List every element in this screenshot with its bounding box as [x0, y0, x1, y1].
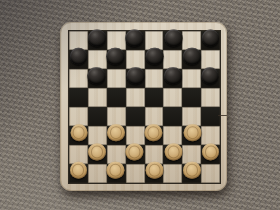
- wood-checker-piece[interactable]: [70, 124, 88, 142]
- board-square: [126, 164, 145, 183]
- checkers-board: [60, 22, 227, 191]
- board-square: [88, 88, 107, 107]
- board-square[interactable]: [145, 164, 164, 183]
- board-square[interactable]: [126, 69, 145, 88]
- wood-checker-piece[interactable]: [146, 161, 164, 179]
- board-square[interactable]: [201, 31, 220, 50]
- wood-checker-piece[interactable]: [183, 124, 201, 142]
- board-square: [145, 69, 164, 88]
- black-checker-piece[interactable]: [88, 67, 106, 85]
- board-square[interactable]: [201, 69, 220, 88]
- wood-crack: [218, 115, 227, 116]
- board-square: [69, 69, 88, 88]
- black-checker-piece[interactable]: [202, 29, 220, 47]
- black-checker-piece[interactable]: [201, 67, 219, 85]
- board-square: [88, 164, 107, 183]
- black-checker-piece[interactable]: [165, 29, 183, 47]
- wood-checker-piece[interactable]: [144, 124, 162, 142]
- board-square[interactable]: [182, 126, 201, 145]
- board-square[interactable]: [182, 88, 201, 107]
- wood-checker-piece[interactable]: [126, 143, 144, 161]
- wood-checker-piece[interactable]: [183, 161, 201, 179]
- black-checker-piece[interactable]: [127, 67, 145, 85]
- board-square[interactable]: [107, 88, 126, 107]
- board-square[interactable]: [126, 31, 145, 50]
- board-square[interactable]: [163, 107, 182, 126]
- black-checker-piece[interactable]: [164, 67, 182, 85]
- board-square[interactable]: [88, 107, 107, 126]
- board-square[interactable]: [88, 31, 107, 50]
- wood-checker-piece[interactable]: [88, 143, 106, 161]
- board-square[interactable]: [163, 145, 182, 164]
- board-square[interactable]: [88, 145, 107, 164]
- carpet-background: [0, 0, 280, 210]
- black-checker-piece[interactable]: [146, 47, 164, 65]
- board-square[interactable]: [69, 88, 88, 107]
- board-square[interactable]: [145, 50, 164, 69]
- board-square[interactable]: [88, 69, 107, 88]
- board-square[interactable]: [126, 145, 145, 164]
- board-square: [201, 88, 220, 107]
- board-square[interactable]: [69, 50, 88, 69]
- wood-checker-piece[interactable]: [107, 161, 125, 179]
- board-square[interactable]: [69, 126, 88, 145]
- board-grid: [68, 30, 221, 184]
- board-square[interactable]: [69, 164, 88, 183]
- board-square[interactable]: [163, 69, 182, 88]
- wood-checker-piece[interactable]: [70, 161, 88, 179]
- board-square[interactable]: [201, 107, 220, 126]
- board-square[interactable]: [145, 126, 164, 145]
- board-square[interactable]: [145, 88, 164, 107]
- board-square: [201, 164, 220, 183]
- wood-checker-piece[interactable]: [107, 124, 125, 142]
- board-square[interactable]: [163, 31, 182, 50]
- board-square: [107, 69, 126, 88]
- board-square: [163, 88, 182, 107]
- board-square: [163, 164, 182, 183]
- black-checker-piece[interactable]: [183, 47, 201, 65]
- board-square[interactable]: [107, 126, 126, 145]
- board-square[interactable]: [107, 50, 126, 69]
- wood-checker-piece[interactable]: [202, 143, 220, 161]
- black-checker-piece[interactable]: [126, 29, 144, 47]
- board-square[interactable]: [201, 145, 220, 164]
- board-square: [126, 88, 145, 107]
- board-square[interactable]: [126, 107, 145, 126]
- black-checker-piece[interactable]: [107, 47, 125, 65]
- board-square[interactable]: [107, 164, 126, 183]
- board-square[interactable]: [182, 164, 201, 183]
- board-square: [182, 69, 201, 88]
- board-square[interactable]: [182, 50, 201, 69]
- black-checker-piece[interactable]: [88, 29, 106, 47]
- black-checker-piece[interactable]: [70, 47, 88, 65]
- wood-checker-piece[interactable]: [165, 143, 183, 161]
